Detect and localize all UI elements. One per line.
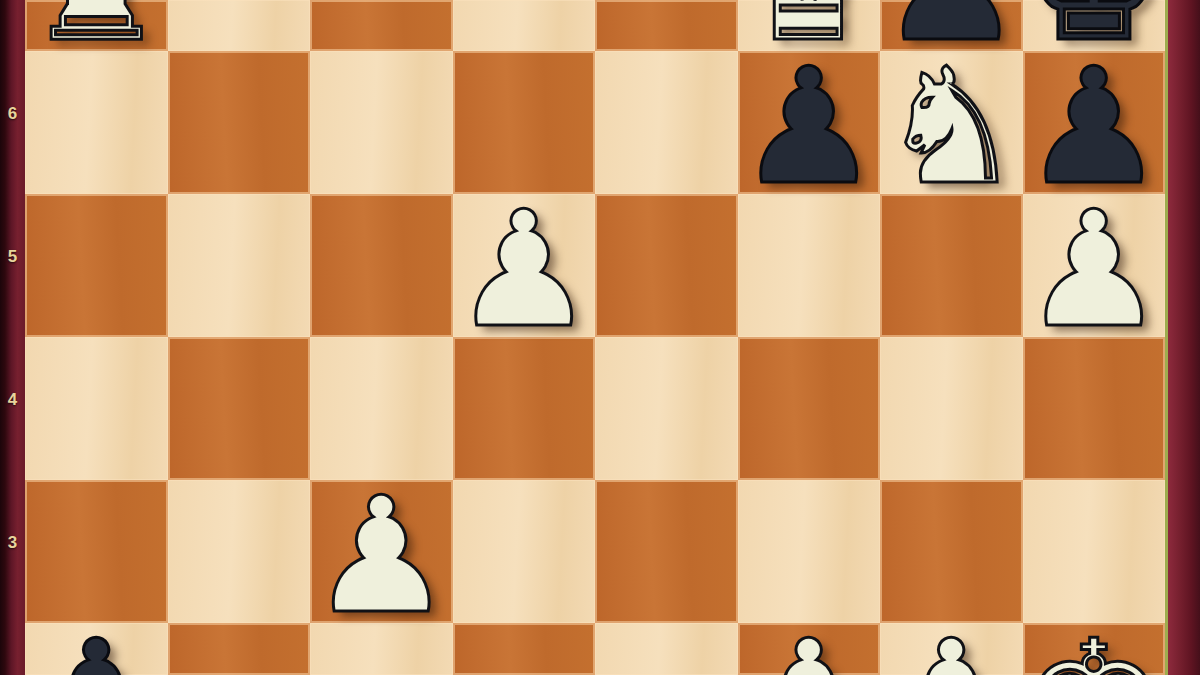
- piece-black-pawn-a2[interactable]: ♟: [25, 627, 168, 675]
- board-edge-trim: [1165, 0, 1168, 675]
- square-c4[interactable]: [310, 337, 453, 480]
- board-frame-left: [0, 0, 25, 675]
- square-b5[interactable]: [168, 194, 311, 337]
- board-frame-right: [1168, 0, 1200, 675]
- piece-white-pawn-c3[interactable]: ♟: [310, 484, 453, 627]
- square-e5[interactable]: [595, 194, 738, 337]
- piece-white-pawn-d5[interactable]: ♟: [453, 198, 596, 341]
- chess-position-screenshot: ♜♛♟♚♟♞♟♟♟♟♟♟♟♚ 6543: [0, 0, 1200, 675]
- piece-white-pawn-h5[interactable]: ♟: [1023, 198, 1166, 341]
- piece-black-pawn-f6[interactable]: ♟: [738, 55, 881, 198]
- piece-white-pawn-g2[interactable]: ♟: [880, 627, 1023, 675]
- square-b2[interactable]: [168, 623, 311, 675]
- square-b3[interactable]: [168, 480, 311, 623]
- rank-label-6: 6: [0, 104, 25, 124]
- square-b6[interactable]: [168, 51, 311, 194]
- square-a4[interactable]: [25, 337, 168, 480]
- rank-label-3: 3: [0, 533, 25, 553]
- square-e3[interactable]: [595, 480, 738, 623]
- square-b7[interactable]: [168, 0, 311, 51]
- rank-label-4: 4: [0, 390, 25, 410]
- square-d2[interactable]: [453, 623, 596, 675]
- square-e7[interactable]: [595, 0, 738, 51]
- square-g3[interactable]: [880, 480, 1023, 623]
- square-f4[interactable]: [738, 337, 881, 480]
- square-d3[interactable]: [453, 480, 596, 623]
- square-b4[interactable]: [168, 337, 311, 480]
- piece-white-king-h2[interactable]: ♚: [1023, 627, 1166, 675]
- square-d6[interactable]: [453, 51, 596, 194]
- square-e2[interactable]: [595, 623, 738, 675]
- piece-white-pawn-f2[interactable]: ♟: [738, 627, 881, 675]
- square-c6[interactable]: [310, 51, 453, 194]
- piece-white-rook-a7[interactable]: ♜: [25, 0, 168, 55]
- square-g4[interactable]: [880, 337, 1023, 480]
- square-a5[interactable]: [25, 194, 168, 337]
- rank-label-5: 5: [0, 247, 25, 267]
- square-f3[interactable]: [738, 480, 881, 623]
- square-h3[interactable]: [1023, 480, 1166, 623]
- square-c5[interactable]: [310, 194, 453, 337]
- piece-white-knight-g6[interactable]: ♞: [880, 55, 1023, 198]
- square-e6[interactable]: [595, 51, 738, 194]
- square-a3[interactable]: [25, 480, 168, 623]
- square-c7[interactable]: [310, 0, 453, 51]
- square-e4[interactable]: [595, 337, 738, 480]
- square-d7[interactable]: [453, 0, 596, 51]
